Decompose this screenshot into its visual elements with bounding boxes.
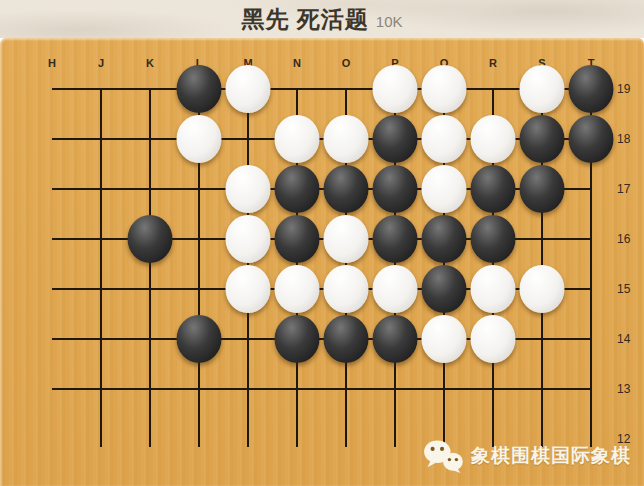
column-label-J: J (98, 58, 104, 69)
stone-black-Q15[interactable] (422, 265, 467, 313)
stone-white-P19[interactable] (373, 65, 418, 113)
stone-white-R18[interactable] (471, 115, 516, 163)
stone-black-Q16[interactable] (422, 215, 467, 263)
stone-black-L19[interactable] (177, 65, 222, 113)
column-label-O: O (342, 58, 351, 69)
page-title: 黑先 死活题 10K (241, 4, 402, 35)
stone-white-M16[interactable] (226, 215, 271, 263)
grid-line-col-K (149, 89, 151, 447)
row-label-15: 15 (617, 283, 630, 295)
go-problem-screen: 黑先 死活题 10K 象棋围棋国际象棋 HJKLMNOPQRST19181716… (0, 0, 644, 486)
stone-white-P15[interactable] (373, 265, 418, 313)
row-label-16: 16 (617, 233, 630, 245)
stone-white-O16[interactable] (324, 215, 369, 263)
stone-black-S17[interactable] (520, 165, 565, 213)
stone-white-Q17[interactable] (422, 165, 467, 213)
row-label-14: 14 (617, 333, 630, 345)
watermark-text: 象棋围棋国际象棋 (471, 443, 631, 469)
stone-black-S18[interactable] (520, 115, 565, 163)
stone-white-S19[interactable] (520, 65, 565, 113)
stone-white-Q19[interactable] (422, 65, 467, 113)
stone-white-S15[interactable] (520, 265, 565, 313)
wechat-logo-icon (422, 439, 464, 473)
stone-white-L18[interactable] (177, 115, 222, 163)
stone-white-O18[interactable] (324, 115, 369, 163)
column-label-K: K (146, 58, 154, 69)
stone-white-R14[interactable] (471, 315, 516, 363)
row-label-17: 17 (617, 183, 630, 195)
stone-black-R16[interactable] (471, 215, 516, 263)
row-label-18: 18 (617, 133, 630, 145)
stone-black-O14[interactable] (324, 315, 369, 363)
stone-white-R15[interactable] (471, 265, 516, 313)
row-label-13: 13 (617, 383, 630, 395)
grid-line-col-J (100, 89, 102, 447)
stone-white-M19[interactable] (226, 65, 271, 113)
stone-black-R17[interactable] (471, 165, 516, 213)
stone-white-M15[interactable] (226, 265, 271, 313)
stone-black-N14[interactable] (275, 315, 320, 363)
stone-black-L14[interactable] (177, 315, 222, 363)
stone-black-O17[interactable] (324, 165, 369, 213)
problem-title: 黑先 死活题 (241, 4, 368, 35)
stone-black-P17[interactable] (373, 165, 418, 213)
stone-black-P18[interactable] (373, 115, 418, 163)
stone-white-N18[interactable] (275, 115, 320, 163)
column-label-N: N (293, 58, 301, 69)
stone-white-Q18[interactable] (422, 115, 467, 163)
grid-line-row-13 (52, 388, 592, 390)
row-label-19: 19 (617, 83, 630, 95)
watermark: 象棋围棋国际象棋 (422, 439, 631, 473)
stone-black-K16[interactable] (128, 215, 173, 263)
column-label-H: H (48, 58, 56, 69)
rank-badge: 10K (376, 13, 403, 30)
stone-black-P14[interactable] (373, 315, 418, 363)
stone-white-N15[interactable] (275, 265, 320, 313)
stone-white-M17[interactable] (226, 165, 271, 213)
stone-black-N17[interactable] (275, 165, 320, 213)
grid-line-row-19 (52, 88, 592, 90)
stone-white-Q14[interactable] (422, 315, 467, 363)
stone-black-P16[interactable] (373, 215, 418, 263)
column-label-R: R (489, 58, 497, 69)
go-board[interactable]: 象棋围棋国际象棋 HJKLMNOPQRST1918171615141312 (0, 38, 644, 486)
stone-white-O15[interactable] (324, 265, 369, 313)
title-bar: 黑先 死活题 10K (0, 0, 644, 38)
stone-black-N16[interactable] (275, 215, 320, 263)
stone-black-T19[interactable] (569, 65, 614, 113)
stone-black-T18[interactable] (569, 115, 614, 163)
